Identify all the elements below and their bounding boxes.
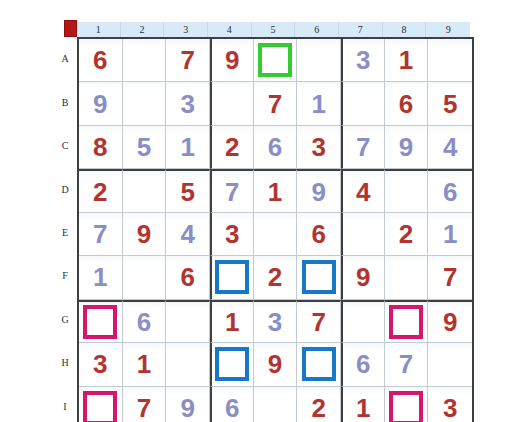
digit-I9: 3 xyxy=(443,395,457,421)
highlight-box-blue-F4[interactable] xyxy=(215,260,249,294)
digit-C6: 3 xyxy=(311,134,325,160)
column-header-1: 1 xyxy=(77,22,121,37)
digit-B6: 1 xyxy=(311,91,325,117)
cell-E3[interactable]: 4 xyxy=(166,213,210,256)
digit-D7: 4 xyxy=(356,179,370,205)
cell-H2[interactable]: 1 xyxy=(123,343,167,386)
digit-B5: 7 xyxy=(268,91,282,117)
cell-G3[interactable] xyxy=(166,300,210,343)
cell-A8[interactable]: 1 xyxy=(385,39,429,82)
column-header-9: 9 xyxy=(426,22,470,37)
row-label-E: E xyxy=(56,211,74,254)
cell-A5[interactable] xyxy=(254,39,298,82)
digit-A8: 1 xyxy=(399,47,413,73)
cell-B6[interactable]: 1 xyxy=(297,82,341,125)
digit-C8: 9 xyxy=(399,134,413,160)
digit-G5: 3 xyxy=(268,309,282,335)
column-header-6: 6 xyxy=(295,22,339,37)
cell-E1[interactable]: 7 xyxy=(79,213,123,256)
cell-I8[interactable] xyxy=(385,387,429,422)
cell-E9[interactable]: 1 xyxy=(428,213,472,256)
highlight-box-blue-H6[interactable] xyxy=(302,347,336,381)
digit-E8: 2 xyxy=(399,221,413,247)
row-label-B: B xyxy=(56,80,74,123)
highlight-box-blue-H4[interactable] xyxy=(215,347,249,381)
cell-F3[interactable]: 6 xyxy=(166,256,210,299)
cell-I2[interactable]: 7 xyxy=(123,387,167,422)
digit-E9: 1 xyxy=(443,221,457,247)
digit-E2: 9 xyxy=(137,221,151,247)
digit-I6: 2 xyxy=(311,395,325,421)
digit-F9: 7 xyxy=(443,264,457,290)
cell-D3[interactable]: 5 xyxy=(166,169,210,212)
digit-A1: 6 xyxy=(93,47,107,73)
cell-A3[interactable]: 7 xyxy=(166,39,210,82)
cell-C9[interactable]: 4 xyxy=(428,126,472,169)
cell-I5[interactable] xyxy=(254,387,298,422)
cell-G5[interactable]: 3 xyxy=(254,300,298,343)
cell-D4[interactable]: 7 xyxy=(210,169,254,212)
cell-H8[interactable]: 7 xyxy=(385,343,429,386)
row-label-H: H xyxy=(56,341,74,384)
digit-H2: 1 xyxy=(137,351,151,377)
cell-C4[interactable]: 2 xyxy=(210,126,254,169)
cell-I3[interactable]: 9 xyxy=(166,387,210,422)
column-headers: 123456789 xyxy=(77,22,470,37)
cell-A1[interactable]: 6 xyxy=(79,39,123,82)
highlight-box-pink-I8[interactable] xyxy=(389,391,423,422)
digit-F7: 9 xyxy=(356,264,370,290)
row-label-F: F xyxy=(56,254,74,297)
row-label-D: D xyxy=(56,167,74,210)
column-header-5: 5 xyxy=(252,22,296,37)
cell-C2[interactable]: 5 xyxy=(123,126,167,169)
row-label-G: G xyxy=(56,298,74,341)
cell-H1[interactable]: 3 xyxy=(79,343,123,386)
digit-C4: 2 xyxy=(225,134,239,160)
cell-G4[interactable]: 1 xyxy=(210,300,254,343)
cell-C6[interactable]: 3 xyxy=(297,126,341,169)
cell-A4[interactable]: 9 xyxy=(210,39,254,82)
digit-D6: 9 xyxy=(311,179,325,205)
cell-B3[interactable]: 3 xyxy=(166,82,210,125)
cell-I9[interactable]: 3 xyxy=(428,387,472,422)
row-label-A: A xyxy=(56,37,74,80)
digit-H5: 9 xyxy=(268,351,282,377)
digit-B3: 3 xyxy=(180,91,194,117)
cell-B9[interactable]: 5 xyxy=(428,82,472,125)
cell-C3[interactable]: 1 xyxy=(166,126,210,169)
cell-E2[interactable]: 9 xyxy=(123,213,167,256)
cell-F1[interactable]: 1 xyxy=(79,256,123,299)
cell-E5[interactable] xyxy=(254,213,298,256)
digit-C7: 7 xyxy=(356,134,370,160)
cell-A7[interactable]: 3 xyxy=(341,39,385,82)
cell-B2[interactable] xyxy=(123,82,167,125)
digit-G2: 6 xyxy=(137,309,151,335)
digit-D4: 7 xyxy=(225,179,239,205)
digit-D9: 6 xyxy=(443,179,457,205)
cell-G2[interactable]: 6 xyxy=(123,300,167,343)
cell-D9[interactable]: 6 xyxy=(428,169,472,212)
cell-B1[interactable]: 9 xyxy=(79,82,123,125)
digit-H8: 7 xyxy=(399,351,413,377)
cell-D6[interactable]: 9 xyxy=(297,169,341,212)
cell-H5[interactable]: 9 xyxy=(254,343,298,386)
row-label-C: C xyxy=(56,124,74,167)
cell-A2[interactable] xyxy=(123,39,167,82)
cell-H7[interactable]: 6 xyxy=(341,343,385,386)
digit-A7: 3 xyxy=(356,47,370,73)
digit-B1: 9 xyxy=(93,91,107,117)
digit-G6: 7 xyxy=(311,309,325,335)
digit-D5: 1 xyxy=(268,179,282,205)
cell-D1[interactable]: 2 xyxy=(79,169,123,212)
cell-D2[interactable] xyxy=(123,169,167,212)
cell-H6[interactable] xyxy=(297,343,341,386)
cell-F5[interactable]: 2 xyxy=(254,256,298,299)
digit-I3: 9 xyxy=(180,395,194,421)
cell-D7[interactable]: 4 xyxy=(341,169,385,212)
cell-F9[interactable]: 7 xyxy=(428,256,472,299)
digit-A3: 7 xyxy=(180,47,194,73)
digit-F3: 6 xyxy=(180,264,194,290)
cell-G6[interactable]: 7 xyxy=(297,300,341,343)
digit-G4: 1 xyxy=(225,309,239,335)
highlight-box-blue-F6[interactable] xyxy=(302,260,336,294)
cell-I7[interactable]: 1 xyxy=(341,387,385,422)
digit-G9: 9 xyxy=(443,309,457,335)
cell-C1[interactable]: 8 xyxy=(79,126,123,169)
cell-E4[interactable]: 3 xyxy=(210,213,254,256)
digit-I7: 1 xyxy=(356,395,370,421)
column-header-3: 3 xyxy=(164,22,208,37)
cell-H3[interactable] xyxy=(166,343,210,386)
cell-H9[interactable] xyxy=(428,343,472,386)
cell-C7[interactable]: 7 xyxy=(341,126,385,169)
column-header-strip: 123456789 xyxy=(64,22,470,37)
digit-E3: 4 xyxy=(180,221,194,247)
cell-G7[interactable] xyxy=(341,300,385,343)
column-header-2: 2 xyxy=(121,22,165,37)
digit-D3: 5 xyxy=(180,179,194,205)
highlight-box-pink-G1[interactable] xyxy=(83,305,117,339)
digit-I2: 7 xyxy=(137,395,151,421)
cell-I4[interactable]: 6 xyxy=(210,387,254,422)
digit-H1: 3 xyxy=(93,351,107,377)
cell-H4[interactable] xyxy=(210,343,254,386)
cell-E7[interactable] xyxy=(341,213,385,256)
cell-C8[interactable]: 9 xyxy=(385,126,429,169)
digit-C9: 4 xyxy=(443,134,457,160)
cell-F2[interactable] xyxy=(123,256,167,299)
digit-F5: 2 xyxy=(268,264,282,290)
cell-D5[interactable]: 1 xyxy=(254,169,298,212)
cell-I1[interactable] xyxy=(79,387,123,422)
highlight-box-green-A5[interactable] xyxy=(258,43,292,77)
digit-C2: 5 xyxy=(137,134,151,160)
column-header-7: 7 xyxy=(339,22,383,37)
digit-C1: 8 xyxy=(93,134,107,160)
digit-E6: 6 xyxy=(311,221,325,247)
digit-E1: 7 xyxy=(93,221,107,247)
cell-C5[interactable]: 6 xyxy=(254,126,298,169)
row-labels: ABCDEFGHI xyxy=(56,37,74,422)
cell-E8[interactable]: 2 xyxy=(385,213,429,256)
column-header-4: 4 xyxy=(208,22,252,37)
cell-F6[interactable] xyxy=(297,256,341,299)
digit-F1: 1 xyxy=(93,264,107,290)
corner-red-square xyxy=(64,20,77,37)
digit-I4: 6 xyxy=(225,395,239,421)
digit-B8: 6 xyxy=(399,91,413,117)
cell-G8[interactable] xyxy=(385,300,429,343)
cell-F4[interactable] xyxy=(210,256,254,299)
digit-B9: 5 xyxy=(443,91,457,117)
digit-E4: 3 xyxy=(225,221,239,247)
digit-C3: 1 xyxy=(180,134,194,160)
cell-A9[interactable] xyxy=(428,39,472,82)
cell-D8[interactable] xyxy=(385,169,429,212)
cell-G1[interactable] xyxy=(79,300,123,343)
cell-A6[interactable] xyxy=(297,39,341,82)
digit-C5: 6 xyxy=(268,134,282,160)
cell-B7[interactable] xyxy=(341,82,385,125)
row-label-I: I xyxy=(56,385,74,422)
digit-H7: 6 xyxy=(356,351,370,377)
highlight-box-pink-I1[interactable] xyxy=(83,391,117,422)
cell-F7[interactable]: 9 xyxy=(341,256,385,299)
column-header-8: 8 xyxy=(383,22,427,37)
highlight-box-pink-G8[interactable] xyxy=(389,305,423,339)
sudoku-screen: 123456789 ABCDEFGHI 67931937165851263794… xyxy=(0,0,522,422)
cell-I6[interactable]: 2 xyxy=(297,387,341,422)
digit-D1: 2 xyxy=(93,179,107,205)
cell-B8[interactable]: 6 xyxy=(385,82,429,125)
cell-B5[interactable]: 7 xyxy=(254,82,298,125)
cell-G9[interactable]: 9 xyxy=(428,300,472,343)
cell-F8[interactable] xyxy=(385,256,429,299)
cell-E6[interactable]: 6 xyxy=(297,213,341,256)
digit-A4: 9 xyxy=(225,47,239,73)
cell-B4[interactable] xyxy=(210,82,254,125)
sudoku-grid: 6793193716585126379425719467943621162976… xyxy=(77,37,474,422)
